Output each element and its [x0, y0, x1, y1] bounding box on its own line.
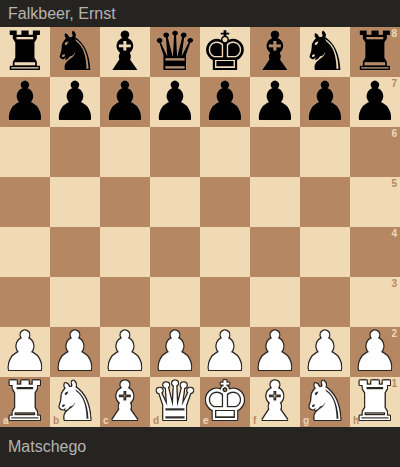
square-c6[interactable] [100, 127, 150, 177]
rank-label-6: 6 [391, 129, 397, 139]
square-h7[interactable]: ♟7 [350, 77, 400, 127]
piece-black-pawn[interactable]: ♟ [50, 77, 100, 127]
square-f1[interactable]: ♝f [250, 377, 300, 427]
square-g4[interactable] [300, 227, 350, 277]
piece-white-king[interactable]: ♚ [200, 377, 250, 427]
chess-board: ♜♞♝♛♚♝♞♜8♟♟♟♟♟♟♟♟76543♟♟♟♟♟♟♟♟2♜a♞b♝c♛d♚… [0, 27, 400, 427]
square-c7[interactable]: ♟ [100, 77, 150, 127]
square-f5[interactable] [250, 177, 300, 227]
piece-white-rook[interactable]: ♜ [350, 377, 400, 427]
piece-black-pawn[interactable]: ♟ [100, 77, 150, 127]
square-g6[interactable] [300, 127, 350, 177]
square-h1[interactable]: ♜1h [350, 377, 400, 427]
white-player-name: Matschego [8, 438, 86, 456]
square-g5[interactable] [300, 177, 350, 227]
piece-white-knight[interactable]: ♞ [300, 377, 350, 427]
square-a4[interactable] [0, 227, 50, 277]
square-b6[interactable] [50, 127, 100, 177]
square-e5[interactable] [200, 177, 250, 227]
square-a6[interactable] [0, 127, 50, 177]
square-h5[interactable]: 5 [350, 177, 400, 227]
square-d6[interactable] [150, 127, 200, 177]
piece-black-pawn[interactable]: ♟ [250, 77, 300, 127]
square-a7[interactable]: ♟ [0, 77, 50, 127]
piece-white-queen[interactable]: ♛ [150, 377, 200, 427]
square-f7[interactable]: ♟ [250, 77, 300, 127]
square-e1[interactable]: ♚e [200, 377, 250, 427]
square-f6[interactable] [250, 127, 300, 177]
square-b7[interactable]: ♟ [50, 77, 100, 127]
square-e4[interactable] [200, 227, 250, 277]
piece-white-bishop[interactable]: ♝ [100, 377, 150, 427]
square-f4[interactable] [250, 227, 300, 277]
bottom-player-bar: Matschego [0, 427, 400, 467]
square-e7[interactable]: ♟ [200, 77, 250, 127]
piece-white-rook[interactable]: ♜ [0, 377, 50, 427]
square-b5[interactable] [50, 177, 100, 227]
square-d1[interactable]: ♛d [150, 377, 200, 427]
piece-black-pawn[interactable]: ♟ [350, 77, 400, 127]
square-c5[interactable] [100, 177, 150, 227]
piece-black-pawn[interactable]: ♟ [300, 77, 350, 127]
square-a5[interactable] [0, 177, 50, 227]
piece-black-pawn[interactable]: ♟ [200, 77, 250, 127]
rank-label-5: 5 [391, 179, 397, 189]
square-b1[interactable]: ♞b [50, 377, 100, 427]
square-a1[interactable]: ♜a [0, 377, 50, 427]
square-c1[interactable]: ♝c [100, 377, 150, 427]
square-d5[interactable] [150, 177, 200, 227]
square-d4[interactable] [150, 227, 200, 277]
square-h6[interactable]: 6 [350, 127, 400, 177]
square-g1[interactable]: ♞g [300, 377, 350, 427]
square-e6[interactable] [200, 127, 250, 177]
piece-black-pawn[interactable]: ♟ [150, 77, 200, 127]
square-b4[interactable] [50, 227, 100, 277]
rank-label-3: 3 [391, 279, 397, 289]
piece-white-knight[interactable]: ♞ [50, 377, 100, 427]
square-g7[interactable]: ♟ [300, 77, 350, 127]
square-h4[interactable]: 4 [350, 227, 400, 277]
square-d7[interactable]: ♟ [150, 77, 200, 127]
rank-label-4: 4 [391, 229, 397, 239]
piece-black-pawn[interactable]: ♟ [0, 77, 50, 127]
square-c4[interactable] [100, 227, 150, 277]
piece-white-bishop[interactable]: ♝ [250, 377, 300, 427]
